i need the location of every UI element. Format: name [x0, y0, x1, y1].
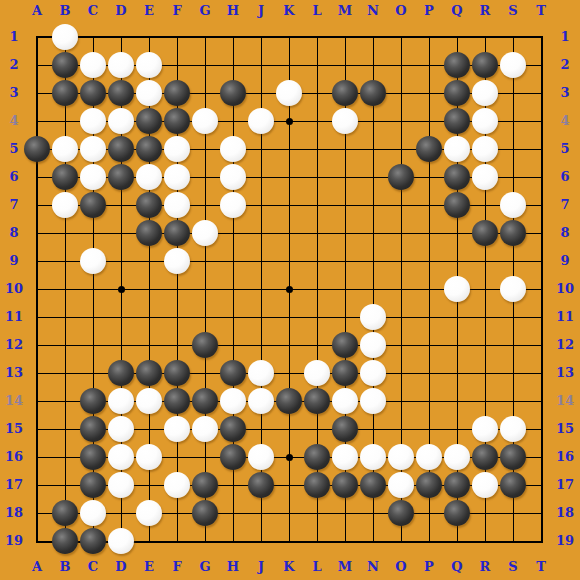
intersection-q12[interactable] [443, 331, 471, 359]
intersection-c5[interactable] [79, 135, 107, 163]
intersection-g6[interactable] [191, 163, 219, 191]
intersection-r4[interactable] [471, 107, 499, 135]
intersection-e5[interactable] [135, 135, 163, 163]
intersection-o9[interactable] [387, 247, 415, 275]
intersection-j11[interactable] [247, 303, 275, 331]
intersection-j17[interactable] [247, 471, 275, 499]
intersection-f10[interactable] [163, 275, 191, 303]
intersection-q19[interactable] [443, 527, 471, 555]
intersection-q14[interactable] [443, 387, 471, 415]
intersection-o18[interactable] [387, 499, 415, 527]
intersection-n9[interactable] [359, 247, 387, 275]
intersection-e8[interactable] [135, 219, 163, 247]
intersection-c12[interactable] [79, 331, 107, 359]
intersection-c15[interactable] [79, 415, 107, 443]
intersection-s12[interactable] [499, 331, 527, 359]
intersection-n6[interactable] [359, 163, 387, 191]
intersection-g3[interactable] [191, 79, 219, 107]
intersection-h17[interactable] [219, 471, 247, 499]
intersection-e17[interactable] [135, 471, 163, 499]
intersection-d16[interactable] [107, 443, 135, 471]
intersection-d8[interactable] [107, 219, 135, 247]
intersection-h15[interactable] [219, 415, 247, 443]
intersection-r8[interactable] [471, 219, 499, 247]
intersection-s4[interactable] [499, 107, 527, 135]
intersection-n1[interactable] [359, 23, 387, 51]
intersection-b8[interactable] [51, 219, 79, 247]
intersection-b16[interactable] [51, 443, 79, 471]
intersection-e16[interactable] [135, 443, 163, 471]
intersection-p12[interactable] [415, 331, 443, 359]
intersection-b7[interactable] [51, 191, 79, 219]
intersection-k8[interactable] [275, 219, 303, 247]
intersection-m11[interactable] [331, 303, 359, 331]
intersection-e2[interactable] [135, 51, 163, 79]
intersection-p6[interactable] [415, 163, 443, 191]
intersection-h9[interactable] [219, 247, 247, 275]
intersection-s5[interactable] [499, 135, 527, 163]
intersection-k14[interactable] [275, 387, 303, 415]
intersection-o7[interactable] [387, 191, 415, 219]
intersection-r11[interactable] [471, 303, 499, 331]
intersection-o15[interactable] [387, 415, 415, 443]
intersection-d4[interactable] [107, 107, 135, 135]
intersection-m2[interactable] [331, 51, 359, 79]
intersection-g5[interactable] [191, 135, 219, 163]
intersection-q1[interactable] [443, 23, 471, 51]
intersection-k16[interactable] [275, 443, 303, 471]
intersection-c17[interactable] [79, 471, 107, 499]
intersection-m5[interactable] [331, 135, 359, 163]
intersection-l2[interactable] [303, 51, 331, 79]
intersection-p5[interactable] [415, 135, 443, 163]
intersection-h5[interactable] [219, 135, 247, 163]
intersection-c10[interactable] [79, 275, 107, 303]
intersection-o10[interactable] [387, 275, 415, 303]
intersection-k18[interactable] [275, 499, 303, 527]
intersection-j6[interactable] [247, 163, 275, 191]
intersection-p16[interactable] [415, 443, 443, 471]
intersection-s2[interactable] [499, 51, 527, 79]
intersection-n15[interactable] [359, 415, 387, 443]
intersection-d14[interactable] [107, 387, 135, 415]
intersection-f1[interactable] [163, 23, 191, 51]
intersection-g8[interactable] [191, 219, 219, 247]
intersection-p7[interactable] [415, 191, 443, 219]
intersection-s3[interactable] [499, 79, 527, 107]
intersection-q7[interactable] [443, 191, 471, 219]
intersection-o6[interactable] [387, 163, 415, 191]
intersection-f19[interactable] [163, 527, 191, 555]
intersection-f8[interactable] [163, 219, 191, 247]
intersection-j9[interactable] [247, 247, 275, 275]
intersection-g14[interactable] [191, 387, 219, 415]
intersection-d10[interactable] [107, 275, 135, 303]
intersection-m17[interactable] [331, 471, 359, 499]
intersection-c2[interactable] [79, 51, 107, 79]
intersection-s17[interactable] [499, 471, 527, 499]
intersection-c6[interactable] [79, 163, 107, 191]
intersection-r13[interactable] [471, 359, 499, 387]
intersection-q2[interactable] [443, 51, 471, 79]
intersection-n12[interactable] [359, 331, 387, 359]
intersection-n5[interactable] [359, 135, 387, 163]
intersection-r9[interactable] [471, 247, 499, 275]
intersection-k9[interactable] [275, 247, 303, 275]
intersection-m19[interactable] [331, 527, 359, 555]
intersection-n2[interactable] [359, 51, 387, 79]
intersection-r12[interactable] [471, 331, 499, 359]
intersection-q3[interactable] [443, 79, 471, 107]
intersection-f7[interactable] [163, 191, 191, 219]
intersection-k11[interactable] [275, 303, 303, 331]
intersection-q17[interactable] [443, 471, 471, 499]
intersection-p1[interactable] [415, 23, 443, 51]
intersection-s11[interactable] [499, 303, 527, 331]
intersection-c4[interactable] [79, 107, 107, 135]
intersection-m18[interactable] [331, 499, 359, 527]
intersection-m8[interactable] [331, 219, 359, 247]
intersection-d9[interactable] [107, 247, 135, 275]
intersection-j16[interactable] [247, 443, 275, 471]
intersection-n19[interactable] [359, 527, 387, 555]
intersection-n13[interactable] [359, 359, 387, 387]
intersection-l6[interactable] [303, 163, 331, 191]
intersection-b10[interactable] [51, 275, 79, 303]
intersection-m9[interactable] [331, 247, 359, 275]
intersection-m6[interactable] [331, 163, 359, 191]
intersection-n18[interactable] [359, 499, 387, 527]
intersection-p19[interactable] [415, 527, 443, 555]
intersection-c14[interactable] [79, 387, 107, 415]
intersection-j4[interactable] [247, 107, 275, 135]
intersection-m12[interactable] [331, 331, 359, 359]
intersection-h16[interactable] [219, 443, 247, 471]
intersection-q16[interactable] [443, 443, 471, 471]
intersection-o8[interactable] [387, 219, 415, 247]
intersection-g18[interactable] [191, 499, 219, 527]
intersection-g13[interactable] [191, 359, 219, 387]
intersection-f13[interactable] [163, 359, 191, 387]
intersection-n3[interactable] [359, 79, 387, 107]
intersection-d19[interactable] [107, 527, 135, 555]
intersection-e12[interactable] [135, 331, 163, 359]
intersection-h12[interactable] [219, 331, 247, 359]
intersection-e6[interactable] [135, 163, 163, 191]
intersection-l1[interactable] [303, 23, 331, 51]
intersection-g11[interactable] [191, 303, 219, 331]
intersection-p18[interactable] [415, 499, 443, 527]
intersection-q18[interactable] [443, 499, 471, 527]
intersection-l4[interactable] [303, 107, 331, 135]
intersection-b9[interactable] [51, 247, 79, 275]
intersection-j14[interactable] [247, 387, 275, 415]
intersection-s10[interactable] [499, 275, 527, 303]
intersection-h4[interactable] [219, 107, 247, 135]
intersection-r17[interactable] [471, 471, 499, 499]
intersection-d7[interactable] [107, 191, 135, 219]
intersection-h2[interactable] [219, 51, 247, 79]
intersection-p4[interactable] [415, 107, 443, 135]
intersection-g1[interactable] [191, 23, 219, 51]
intersection-q13[interactable] [443, 359, 471, 387]
intersection-d12[interactable] [107, 331, 135, 359]
intersection-f3[interactable] [163, 79, 191, 107]
intersection-f15[interactable] [163, 415, 191, 443]
intersection-r6[interactable] [471, 163, 499, 191]
intersection-e7[interactable] [135, 191, 163, 219]
intersection-h13[interactable] [219, 359, 247, 387]
intersection-s13[interactable] [499, 359, 527, 387]
intersection-g19[interactable] [191, 527, 219, 555]
intersection-r7[interactable] [471, 191, 499, 219]
intersection-h8[interactable] [219, 219, 247, 247]
intersection-b12[interactable] [51, 331, 79, 359]
intersection-j2[interactable] [247, 51, 275, 79]
intersection-p17[interactable] [415, 471, 443, 499]
intersection-m13[interactable] [331, 359, 359, 387]
intersection-m4[interactable] [331, 107, 359, 135]
intersection-b15[interactable] [51, 415, 79, 443]
intersection-k19[interactable] [275, 527, 303, 555]
intersection-m16[interactable] [331, 443, 359, 471]
intersection-p2[interactable] [415, 51, 443, 79]
intersection-j1[interactable] [247, 23, 275, 51]
intersection-l8[interactable] [303, 219, 331, 247]
intersection-e13[interactable] [135, 359, 163, 387]
intersection-n16[interactable] [359, 443, 387, 471]
intersection-c16[interactable] [79, 443, 107, 471]
intersection-o1[interactable] [387, 23, 415, 51]
intersection-k13[interactable] [275, 359, 303, 387]
intersection-j3[interactable] [247, 79, 275, 107]
intersection-q6[interactable] [443, 163, 471, 191]
intersection-e15[interactable] [135, 415, 163, 443]
intersection-h19[interactable] [219, 527, 247, 555]
intersection-d15[interactable] [107, 415, 135, 443]
intersection-b6[interactable] [51, 163, 79, 191]
intersection-k3[interactable] [275, 79, 303, 107]
intersection-c8[interactable] [79, 219, 107, 247]
intersection-b2[interactable] [51, 51, 79, 79]
intersection-o13[interactable] [387, 359, 415, 387]
intersection-d2[interactable] [107, 51, 135, 79]
intersection-q15[interactable] [443, 415, 471, 443]
intersection-g2[interactable] [191, 51, 219, 79]
intersection-j10[interactable] [247, 275, 275, 303]
intersection-j15[interactable] [247, 415, 275, 443]
intersection-f4[interactable] [163, 107, 191, 135]
intersection-l14[interactable] [303, 387, 331, 415]
intersection-m1[interactable] [331, 23, 359, 51]
intersection-c3[interactable] [79, 79, 107, 107]
intersection-g4[interactable] [191, 107, 219, 135]
intersection-f6[interactable] [163, 163, 191, 191]
intersection-p9[interactable] [415, 247, 443, 275]
intersection-j13[interactable] [247, 359, 275, 387]
intersection-c9[interactable] [79, 247, 107, 275]
intersection-o4[interactable] [387, 107, 415, 135]
intersection-c13[interactable] [79, 359, 107, 387]
intersection-e18[interactable] [135, 499, 163, 527]
intersection-n10[interactable] [359, 275, 387, 303]
intersection-b5[interactable] [51, 135, 79, 163]
intersection-d5[interactable] [107, 135, 135, 163]
intersection-h10[interactable] [219, 275, 247, 303]
intersection-k10[interactable] [275, 275, 303, 303]
intersection-l7[interactable] [303, 191, 331, 219]
intersection-k15[interactable] [275, 415, 303, 443]
intersection-p8[interactable] [415, 219, 443, 247]
intersection-s8[interactable] [499, 219, 527, 247]
intersection-p14[interactable] [415, 387, 443, 415]
intersection-q10[interactable] [443, 275, 471, 303]
intersection-o5[interactable] [387, 135, 415, 163]
intersection-b11[interactable] [51, 303, 79, 331]
intersection-n8[interactable] [359, 219, 387, 247]
intersection-s9[interactable] [499, 247, 527, 275]
intersection-s6[interactable] [499, 163, 527, 191]
intersection-o19[interactable] [387, 527, 415, 555]
intersection-b1[interactable] [51, 23, 79, 51]
intersection-l11[interactable] [303, 303, 331, 331]
intersection-g7[interactable] [191, 191, 219, 219]
intersection-j12[interactable] [247, 331, 275, 359]
intersection-e1[interactable] [135, 23, 163, 51]
intersection-j18[interactable] [247, 499, 275, 527]
intersection-g17[interactable] [191, 471, 219, 499]
intersection-o14[interactable] [387, 387, 415, 415]
intersection-g10[interactable] [191, 275, 219, 303]
intersection-g15[interactable] [191, 415, 219, 443]
intersection-m3[interactable] [331, 79, 359, 107]
intersection-b3[interactable] [51, 79, 79, 107]
intersection-l3[interactable] [303, 79, 331, 107]
intersection-d3[interactable] [107, 79, 135, 107]
intersection-f17[interactable] [163, 471, 191, 499]
intersection-q9[interactable] [443, 247, 471, 275]
intersection-s19[interactable] [499, 527, 527, 555]
intersection-e9[interactable] [135, 247, 163, 275]
intersection-b17[interactable] [51, 471, 79, 499]
intersection-m7[interactable] [331, 191, 359, 219]
intersection-s15[interactable] [499, 415, 527, 443]
intersection-b4[interactable] [51, 107, 79, 135]
intersection-d11[interactable] [107, 303, 135, 331]
intersection-s18[interactable] [499, 499, 527, 527]
intersection-f9[interactable] [163, 247, 191, 275]
intersection-q4[interactable] [443, 107, 471, 135]
intersection-p11[interactable] [415, 303, 443, 331]
intersection-l9[interactable] [303, 247, 331, 275]
intersection-l18[interactable] [303, 499, 331, 527]
intersection-q5[interactable] [443, 135, 471, 163]
intersection-o17[interactable] [387, 471, 415, 499]
intersection-l17[interactable] [303, 471, 331, 499]
intersection-p10[interactable] [415, 275, 443, 303]
intersection-d1[interactable] [107, 23, 135, 51]
intersection-r15[interactable] [471, 415, 499, 443]
intersection-d17[interactable] [107, 471, 135, 499]
intersection-e14[interactable] [135, 387, 163, 415]
intersection-r16[interactable] [471, 443, 499, 471]
intersection-l10[interactable] [303, 275, 331, 303]
intersection-m14[interactable] [331, 387, 359, 415]
intersection-h3[interactable] [219, 79, 247, 107]
intersection-p3[interactable] [415, 79, 443, 107]
intersection-d13[interactable] [107, 359, 135, 387]
intersection-f14[interactable] [163, 387, 191, 415]
intersection-k12[interactable] [275, 331, 303, 359]
intersection-f18[interactable] [163, 499, 191, 527]
intersection-l19[interactable] [303, 527, 331, 555]
intersection-d18[interactable] [107, 499, 135, 527]
intersection-s7[interactable] [499, 191, 527, 219]
intersection-e4[interactable] [135, 107, 163, 135]
intersection-j19[interactable] [247, 527, 275, 555]
intersection-j8[interactable] [247, 219, 275, 247]
intersection-j5[interactable] [247, 135, 275, 163]
intersection-c18[interactable] [79, 499, 107, 527]
intersection-h14[interactable] [219, 387, 247, 415]
intersection-g9[interactable] [191, 247, 219, 275]
intersection-h11[interactable] [219, 303, 247, 331]
intersection-k5[interactable] [275, 135, 303, 163]
intersection-h6[interactable] [219, 163, 247, 191]
intersection-r1[interactable] [471, 23, 499, 51]
intersection-s1[interactable] [499, 23, 527, 51]
intersection-c19[interactable] [79, 527, 107, 555]
intersection-p13[interactable] [415, 359, 443, 387]
intersection-l15[interactable] [303, 415, 331, 443]
intersection-p15[interactable] [415, 415, 443, 443]
intersection-r10[interactable] [471, 275, 499, 303]
intersection-f11[interactable] [163, 303, 191, 331]
intersection-r3[interactable] [471, 79, 499, 107]
intersection-q11[interactable] [443, 303, 471, 331]
intersection-b13[interactable] [51, 359, 79, 387]
intersection-h1[interactable] [219, 23, 247, 51]
intersection-e19[interactable] [135, 527, 163, 555]
intersection-f5[interactable] [163, 135, 191, 163]
intersection-n11[interactable] [359, 303, 387, 331]
intersection-s14[interactable] [499, 387, 527, 415]
intersection-l16[interactable] [303, 443, 331, 471]
intersection-m15[interactable] [331, 415, 359, 443]
intersection-o3[interactable] [387, 79, 415, 107]
intersection-j7[interactable] [247, 191, 275, 219]
intersection-h18[interactable] [219, 499, 247, 527]
intersection-r5[interactable] [471, 135, 499, 163]
intersection-f2[interactable] [163, 51, 191, 79]
intersection-l13[interactable] [303, 359, 331, 387]
intersection-q8[interactable] [443, 219, 471, 247]
intersection-n4[interactable] [359, 107, 387, 135]
intersection-k4[interactable] [275, 107, 303, 135]
intersection-g12[interactable] [191, 331, 219, 359]
intersection-k2[interactable] [275, 51, 303, 79]
intersection-k6[interactable] [275, 163, 303, 191]
intersection-r18[interactable] [471, 499, 499, 527]
intersection-r14[interactable] [471, 387, 499, 415]
intersection-b18[interactable] [51, 499, 79, 527]
intersection-o2[interactable] [387, 51, 415, 79]
intersection-b19[interactable] [51, 527, 79, 555]
intersection-e10[interactable] [135, 275, 163, 303]
intersection-f12[interactable] [163, 331, 191, 359]
intersection-d6[interactable] [107, 163, 135, 191]
intersection-f16[interactable] [163, 443, 191, 471]
